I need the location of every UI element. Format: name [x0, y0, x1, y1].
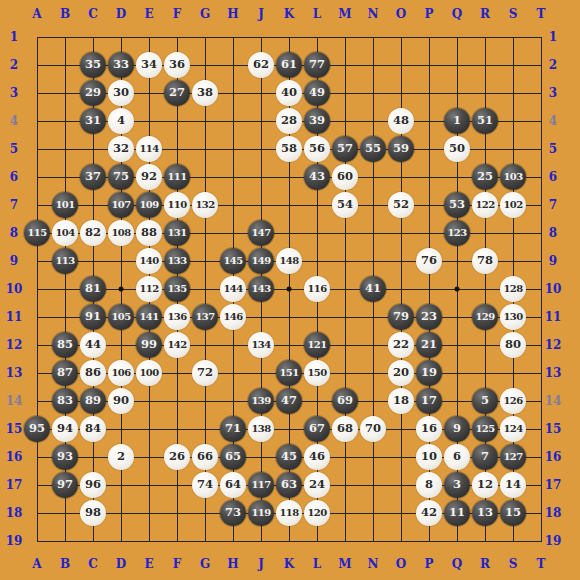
stone-black-119: 119: [248, 500, 274, 526]
stone-black-23: 23: [416, 304, 442, 330]
stone-black-55: 55: [360, 136, 386, 162]
stone-white-74: 74: [192, 472, 218, 498]
row-label-left-10: 10: [6, 282, 23, 296]
row-label-right-15: 15: [545, 422, 562, 436]
stone-white-106: 106: [108, 360, 134, 386]
stone-black-123: 123: [444, 220, 470, 246]
stone-black-105: 105: [108, 304, 134, 330]
stone-white-126: 126: [500, 388, 526, 414]
stone-black-107: 107: [108, 192, 134, 218]
row-label-left-6: 6: [10, 170, 18, 184]
stone-white-120: 120: [304, 500, 330, 526]
col-label-bottom-a: A: [32, 557, 41, 571]
stone-white-38: 38: [192, 80, 218, 106]
col-label-bottom-p: P: [424, 557, 433, 571]
stone-white-50: 50: [444, 136, 470, 162]
row-label-left-2: 2: [10, 58, 18, 72]
stone-black-117: 117: [248, 472, 274, 498]
stone-white-80: 80: [500, 332, 526, 358]
stone-black-109: 109: [136, 192, 162, 218]
col-label-bottom-r: R: [480, 557, 490, 571]
row-label-right-17: 17: [545, 478, 562, 492]
row-label-right-13: 13: [545, 366, 562, 380]
row-label-right-10: 10: [545, 282, 562, 296]
col-label-top-a: A: [32, 7, 41, 21]
col-label-bottom-k: K: [284, 557, 294, 571]
col-label-top-j: J: [258, 7, 264, 21]
stone-white-66: 66: [192, 444, 218, 470]
row-label-left-4: 4: [10, 114, 18, 128]
stone-white-42: 42: [416, 500, 442, 526]
stone-white-68: 68: [332, 416, 358, 442]
stone-white-32: 32: [108, 136, 134, 162]
stone-white-110: 110: [164, 192, 190, 218]
stone-black-101: 101: [52, 192, 78, 218]
row-label-left-9: 9: [10, 254, 18, 268]
grid[interactable]: 1234567891011121314151617181920212223242…: [37, 37, 542, 542]
col-label-bottom-f: F: [173, 557, 182, 571]
stone-black-31: 31: [80, 108, 106, 134]
row-label-right-18: 18: [545, 506, 562, 520]
stone-black-69: 69: [332, 388, 358, 414]
col-label-bottom-m: M: [338, 557, 351, 571]
stone-white-86: 86: [80, 360, 106, 386]
row-label-right-7: 7: [549, 198, 557, 212]
row-label-left-11: 11: [6, 310, 23, 324]
col-label-bottom-l: L: [313, 557, 321, 571]
row-label-left-17: 17: [6, 478, 23, 492]
star-point-k10: [287, 287, 292, 292]
row-label-right-5: 5: [549, 142, 557, 156]
stone-white-96: 96: [80, 472, 106, 498]
col-label-top-p: P: [424, 7, 433, 21]
stone-black-33: 33: [108, 52, 134, 78]
stone-white-90: 90: [108, 388, 134, 414]
stone-black-127: 127: [500, 444, 526, 470]
stone-white-72: 72: [192, 360, 218, 386]
col-label-top-s: S: [509, 7, 518, 21]
stone-black-87: 87: [52, 360, 78, 386]
stone-white-46: 46: [304, 444, 330, 470]
stone-black-137: 137: [192, 304, 218, 330]
stone-black-65: 65: [220, 444, 246, 470]
stone-white-114: 114: [136, 136, 162, 162]
row-label-left-15: 15: [6, 422, 23, 436]
col-label-top-b: B: [60, 7, 70, 21]
stone-white-30: 30: [108, 80, 134, 106]
col-label-top-d: D: [116, 7, 126, 21]
stone-white-92: 92: [136, 164, 162, 190]
row-label-left-19: 19: [6, 534, 23, 548]
stone-white-8: 8: [416, 472, 442, 498]
row-label-right-9: 9: [549, 254, 557, 268]
go-board: 1234567891011121314151617181920212223242…: [0, 0, 580, 580]
stone-white-60: 60: [332, 164, 358, 190]
stone-black-113: 113: [52, 248, 78, 274]
stone-black-139: 139: [248, 388, 274, 414]
stone-white-104: 104: [52, 220, 78, 246]
stone-white-22: 22: [388, 332, 414, 358]
stone-black-75: 75: [108, 164, 134, 190]
row-label-right-4: 4: [549, 114, 557, 128]
stone-white-112: 112: [136, 276, 162, 302]
col-label-bottom-c: C: [88, 557, 98, 571]
row-label-left-16: 16: [6, 450, 23, 464]
stone-white-132: 132: [192, 192, 218, 218]
stone-white-10: 10: [416, 444, 442, 470]
stone-black-77: 77: [304, 52, 330, 78]
row-label-right-1: 1: [549, 30, 557, 44]
stone-black-121: 121: [304, 332, 330, 358]
stone-white-138: 138: [248, 416, 274, 442]
stone-black-15: 15: [500, 500, 526, 526]
stone-white-148: 148: [276, 248, 302, 274]
stone-black-37: 37: [80, 164, 106, 190]
stone-black-57: 57: [332, 136, 358, 162]
stone-black-129: 129: [472, 304, 498, 330]
stone-white-54: 54: [332, 192, 358, 218]
stone-white-14: 14: [500, 472, 526, 498]
stone-white-70: 70: [360, 416, 386, 442]
stone-white-134: 134: [248, 332, 274, 358]
stone-black-99: 99: [136, 332, 162, 358]
stone-black-43: 43: [304, 164, 330, 190]
col-label-top-h: H: [227, 7, 238, 21]
stone-black-73: 73: [220, 500, 246, 526]
stone-white-20: 20: [388, 360, 414, 386]
stone-black-63: 63: [276, 472, 302, 498]
col-label-top-l: L: [313, 7, 321, 21]
stone-white-2: 2: [108, 444, 134, 470]
stone-white-118: 118: [276, 500, 302, 526]
stone-black-71: 71: [220, 416, 246, 442]
stone-black-47: 47: [276, 388, 302, 414]
stone-black-135: 135: [164, 276, 190, 302]
row-label-left-5: 5: [10, 142, 18, 156]
col-label-top-k: K: [284, 7, 294, 21]
col-label-top-f: F: [173, 7, 182, 21]
stone-white-76: 76: [416, 248, 442, 274]
stone-black-29: 29: [80, 80, 106, 106]
stone-black-7: 7: [472, 444, 498, 470]
row-label-left-1: 1: [10, 30, 18, 44]
stone-black-3: 3: [444, 472, 470, 498]
stone-white-24: 24: [304, 472, 330, 498]
stone-black-35: 35: [80, 52, 106, 78]
stone-white-102: 102: [500, 192, 526, 218]
stone-white-48: 48: [388, 108, 414, 134]
stone-black-83: 83: [52, 388, 78, 414]
col-label-top-t: T: [537, 7, 546, 21]
stone-black-51: 51: [472, 108, 498, 134]
col-label-bottom-s: S: [509, 557, 518, 571]
stone-black-49: 49: [304, 80, 330, 106]
stone-white-62: 62: [248, 52, 274, 78]
stone-white-26: 26: [164, 444, 190, 470]
stone-black-11: 11: [444, 500, 470, 526]
stone-white-116: 116: [304, 276, 330, 302]
stone-white-18: 18: [388, 388, 414, 414]
col-label-bottom-b: B: [60, 557, 70, 571]
stone-black-93: 93: [52, 444, 78, 470]
row-label-left-12: 12: [6, 338, 23, 352]
stone-white-78: 78: [472, 248, 498, 274]
stone-black-143: 143: [248, 276, 274, 302]
row-label-right-12: 12: [545, 338, 562, 352]
stone-black-21: 21: [416, 332, 442, 358]
stone-black-115: 115: [24, 220, 50, 246]
stone-white-36: 36: [164, 52, 190, 78]
row-label-right-6: 6: [549, 170, 557, 184]
star-point-q10: [455, 287, 460, 292]
stone-black-97: 97: [52, 472, 78, 498]
stone-white-58: 58: [276, 136, 302, 162]
stone-black-5: 5: [472, 388, 498, 414]
stone-white-34: 34: [136, 52, 162, 78]
row-label-right-2: 2: [549, 58, 557, 72]
col-label-bottom-t: T: [537, 557, 546, 571]
col-label-bottom-d: D: [116, 557, 126, 571]
stone-white-88: 88: [136, 220, 162, 246]
stone-black-41: 41: [360, 276, 386, 302]
col-label-top-o: O: [396, 7, 406, 21]
go-board-page: { "game": "go", "description": "19x19 Go…: [0, 0, 580, 580]
col-label-bottom-o: O: [396, 557, 406, 571]
row-label-right-11: 11: [545, 310, 562, 324]
stone-white-28: 28: [276, 108, 302, 134]
row-label-left-7: 7: [10, 198, 18, 212]
col-label-bottom-n: N: [368, 557, 379, 571]
row-label-right-16: 16: [545, 450, 562, 464]
stone-white-6: 6: [444, 444, 470, 470]
stone-black-133: 133: [164, 248, 190, 274]
stone-white-4: 4: [108, 108, 134, 134]
stone-white-40: 40: [276, 80, 302, 106]
stone-black-67: 67: [304, 416, 330, 442]
stone-black-79: 79: [388, 304, 414, 330]
stone-black-45: 45: [276, 444, 302, 470]
col-label-bottom-j: J: [258, 557, 264, 571]
stone-black-81: 81: [80, 276, 106, 302]
stone-black-151: 151: [276, 360, 302, 386]
stone-black-145: 145: [220, 248, 246, 274]
stone-black-91: 91: [80, 304, 106, 330]
row-label-right-3: 3: [549, 86, 557, 100]
stone-black-103: 103: [500, 164, 526, 190]
row-label-right-14: 14: [545, 394, 562, 408]
row-label-left-14: 14: [6, 394, 23, 408]
stone-white-100: 100: [136, 360, 162, 386]
stone-black-125: 125: [472, 416, 498, 442]
stone-white-44: 44: [80, 332, 106, 358]
stone-white-98: 98: [80, 500, 106, 526]
stone-black-61: 61: [276, 52, 302, 78]
stone-white-56: 56: [304, 136, 330, 162]
col-label-top-m: M: [338, 7, 351, 21]
stone-black-25: 25: [472, 164, 498, 190]
col-label-top-c: C: [88, 7, 98, 21]
stone-white-94: 94: [52, 416, 78, 442]
stone-white-144: 144: [220, 276, 246, 302]
stone-black-27: 27: [164, 80, 190, 106]
stone-black-13: 13: [472, 500, 498, 526]
col-label-bottom-g: G: [200, 557, 210, 571]
stone-black-53: 53: [444, 192, 470, 218]
star-point-d10: [119, 287, 124, 292]
col-label-bottom-e: E: [144, 557, 153, 571]
stone-white-142: 142: [164, 332, 190, 358]
stone-white-84: 84: [80, 416, 106, 442]
row-label-left-8: 8: [10, 226, 18, 240]
stone-white-52: 52: [388, 192, 414, 218]
stone-black-141: 141: [136, 304, 162, 330]
stone-black-19: 19: [416, 360, 442, 386]
stone-white-64: 64: [220, 472, 246, 498]
row-label-right-8: 8: [549, 226, 557, 240]
col-label-bottom-h: H: [227, 557, 238, 571]
stone-white-124: 124: [500, 416, 526, 442]
col-label-top-r: R: [480, 7, 490, 21]
stone-black-149: 149: [248, 248, 274, 274]
stone-white-128: 128: [500, 276, 526, 302]
stone-black-147: 147: [248, 220, 274, 246]
row-label-left-13: 13: [6, 366, 23, 380]
stone-white-140: 140: [136, 248, 162, 274]
stone-white-150: 150: [304, 360, 330, 386]
stone-white-122: 122: [472, 192, 498, 218]
stone-black-95: 95: [24, 416, 50, 442]
stone-white-108: 108: [108, 220, 134, 246]
row-label-left-3: 3: [10, 86, 18, 100]
stone-black-1: 1: [444, 108, 470, 134]
stone-black-111: 111: [164, 164, 190, 190]
stone-white-146: 146: [220, 304, 246, 330]
stone-black-89: 89: [80, 388, 106, 414]
stone-white-82: 82: [80, 220, 106, 246]
row-label-left-18: 18: [6, 506, 23, 520]
stone-white-130: 130: [500, 304, 526, 330]
col-label-top-q: Q: [452, 7, 462, 21]
stone-black-85: 85: [52, 332, 78, 358]
col-label-top-e: E: [144, 7, 153, 21]
col-label-top-g: G: [200, 7, 210, 21]
stone-white-12: 12: [472, 472, 498, 498]
stone-white-136: 136: [164, 304, 190, 330]
stone-black-59: 59: [388, 136, 414, 162]
stone-black-9: 9: [444, 416, 470, 442]
stone-black-39: 39: [304, 108, 330, 134]
stone-white-16: 16: [416, 416, 442, 442]
stone-black-131: 131: [164, 220, 190, 246]
col-label-bottom-q: Q: [452, 557, 462, 571]
row-label-right-19: 19: [545, 534, 562, 548]
col-label-top-n: N: [368, 7, 379, 21]
stone-black-17: 17: [416, 388, 442, 414]
